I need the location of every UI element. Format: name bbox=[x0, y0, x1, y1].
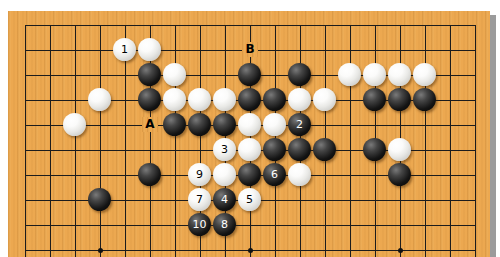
move-number: 1 bbox=[121, 44, 128, 55]
stone-white[interactable] bbox=[413, 63, 436, 86]
stone-white[interactable] bbox=[238, 113, 261, 136]
stone-white[interactable] bbox=[138, 38, 161, 61]
stone-black[interactable] bbox=[138, 63, 161, 86]
move-number: 7 bbox=[196, 194, 203, 205]
stone-white[interactable] bbox=[263, 113, 286, 136]
stone-black[interactable] bbox=[138, 88, 161, 111]
point-label-B[interactable]: B bbox=[242, 42, 258, 57]
grid-line-vertical bbox=[75, 25, 76, 257]
star-point bbox=[98, 248, 103, 253]
grid-line-vertical bbox=[50, 25, 51, 257]
stone-black[interactable] bbox=[238, 63, 261, 86]
stone-black-move-10[interactable]: 10 bbox=[188, 213, 211, 236]
grid-line-vertical bbox=[25, 25, 26, 257]
stone-white[interactable] bbox=[313, 88, 336, 111]
stone-white[interactable] bbox=[163, 88, 186, 111]
stone-white[interactable] bbox=[63, 113, 86, 136]
stone-black-move-4[interactable]: 4 bbox=[213, 188, 236, 211]
grid-line-horizontal bbox=[25, 225, 476, 226]
move-number: 8 bbox=[221, 219, 228, 230]
stone-white[interactable] bbox=[88, 88, 111, 111]
stone-white-move-7[interactable]: 7 bbox=[188, 188, 211, 211]
stone-black[interactable] bbox=[413, 88, 436, 111]
move-number: 10 bbox=[193, 219, 207, 230]
stone-black[interactable] bbox=[188, 113, 211, 136]
stone-white[interactable] bbox=[388, 63, 411, 86]
move-number: 9 bbox=[196, 169, 203, 180]
stone-black[interactable] bbox=[238, 163, 261, 186]
stone-white-move-1[interactable]: 1 bbox=[113, 38, 136, 61]
stone-black[interactable] bbox=[138, 163, 161, 186]
stone-white[interactable] bbox=[338, 63, 361, 86]
stone-white-move-3[interactable]: 3 bbox=[213, 138, 236, 161]
star-point bbox=[248, 248, 253, 253]
grid-line-vertical bbox=[425, 25, 426, 257]
stone-white-move-9[interactable]: 9 bbox=[188, 163, 211, 186]
stone-black-move-8[interactable]: 8 bbox=[213, 213, 236, 236]
stone-black[interactable] bbox=[213, 113, 236, 136]
stone-white-move-5[interactable]: 5 bbox=[238, 188, 261, 211]
stone-white[interactable] bbox=[238, 138, 261, 161]
stone-black[interactable] bbox=[263, 88, 286, 111]
stone-black[interactable] bbox=[163, 113, 186, 136]
stone-black[interactable] bbox=[313, 138, 336, 161]
go-board[interactable]: 12396745108AB bbox=[8, 11, 490, 257]
stone-white[interactable] bbox=[388, 138, 411, 161]
stone-black[interactable] bbox=[363, 138, 386, 161]
go-diagram: 12396745108AB bbox=[0, 0, 500, 257]
grid-line-vertical bbox=[450, 25, 451, 257]
stone-black[interactable] bbox=[363, 88, 386, 111]
move-number: 5 bbox=[246, 194, 253, 205]
grid-line-horizontal bbox=[25, 25, 476, 26]
grid-line-vertical bbox=[475, 25, 476, 257]
point-label-A[interactable]: A bbox=[142, 117, 158, 132]
grid-line-vertical bbox=[350, 25, 351, 257]
move-number: 3 bbox=[221, 144, 228, 155]
star-point bbox=[398, 248, 403, 253]
move-number: 6 bbox=[271, 169, 278, 180]
stone-black[interactable] bbox=[238, 88, 261, 111]
stone-black[interactable] bbox=[288, 63, 311, 86]
stone-white[interactable] bbox=[213, 163, 236, 186]
stone-white[interactable] bbox=[363, 63, 386, 86]
stone-black-move-2[interactable]: 2 bbox=[288, 113, 311, 136]
stone-black[interactable] bbox=[288, 138, 311, 161]
board-right-shadow bbox=[490, 15, 496, 257]
stone-white[interactable] bbox=[288, 163, 311, 186]
move-number: 2 bbox=[296, 119, 303, 130]
stone-white[interactable] bbox=[213, 88, 236, 111]
grid-line-vertical bbox=[100, 25, 101, 257]
stone-black-move-6[interactable]: 6 bbox=[263, 163, 286, 186]
stone-black[interactable] bbox=[263, 138, 286, 161]
stone-white[interactable] bbox=[188, 88, 211, 111]
stone-black[interactable] bbox=[88, 188, 111, 211]
grid-line-vertical bbox=[175, 25, 176, 257]
stone-white[interactable] bbox=[288, 88, 311, 111]
stone-white[interactable] bbox=[163, 63, 186, 86]
stone-black[interactable] bbox=[388, 88, 411, 111]
stone-black[interactable] bbox=[388, 163, 411, 186]
move-number: 4 bbox=[221, 194, 228, 205]
